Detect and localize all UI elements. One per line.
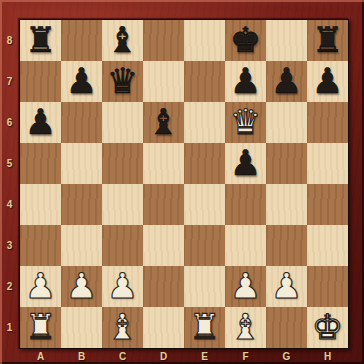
chess-board-frame: ♜♝♚♜♟♛♟♟♟♟♝♛♟♟♟♟♟♟♜♝♜♝♚ 87654321ABCDEFGH [0,0,364,364]
black-rook[interactable]: ♜ [20,20,61,61]
board-square-g1[interactable] [266,307,307,348]
board-square-c6[interactable] [102,102,143,143]
board-square-d8[interactable] [143,20,184,61]
board-square-a1[interactable]: ♜ [20,307,61,348]
board-square-f4[interactable] [225,184,266,225]
board-square-g4[interactable] [266,184,307,225]
board-square-e7[interactable] [184,61,225,102]
board-square-h4[interactable] [307,184,348,225]
board-square-b7[interactable]: ♟ [61,61,102,102]
file-label-f: F [225,349,266,364]
board-square-c5[interactable] [102,143,143,184]
rank-label-4: 4 [0,184,19,225]
black-bishop[interactable]: ♝ [102,20,143,61]
board-square-e6[interactable] [184,102,225,143]
rank-label-3: 3 [0,225,19,266]
board-square-g7[interactable]: ♟ [266,61,307,102]
board-square-g5[interactable] [266,143,307,184]
rank-label-6: 6 [0,102,19,143]
file-label-b: B [61,349,102,364]
board-square-f1[interactable]: ♝ [225,307,266,348]
black-pawn[interactable]: ♟ [20,102,61,143]
board-square-h3[interactable] [307,225,348,266]
board-square-h5[interactable] [307,143,348,184]
board-square-h1[interactable]: ♚ [307,307,348,348]
board-square-d6[interactable]: ♝ [143,102,184,143]
white-pawn[interactable]: ♟ [225,266,266,307]
board-square-a6[interactable]: ♟ [20,102,61,143]
board-square-f2[interactable]: ♟ [225,266,266,307]
board-square-e5[interactable] [184,143,225,184]
black-rook[interactable]: ♜ [307,20,348,61]
board-square-e8[interactable] [184,20,225,61]
board-square-d1[interactable] [143,307,184,348]
file-label-g: G [266,349,307,364]
board-square-e2[interactable] [184,266,225,307]
board-square-c4[interactable] [102,184,143,225]
rank-label-7: 7 [0,61,19,102]
board-square-b3[interactable] [61,225,102,266]
white-queen[interactable]: ♛ [225,102,266,143]
board-square-f5[interactable]: ♟ [225,143,266,184]
board-square-c2[interactable]: ♟ [102,266,143,307]
board-square-d7[interactable] [143,61,184,102]
board-square-h6[interactable] [307,102,348,143]
board-square-b8[interactable] [61,20,102,61]
board-square-e4[interactable] [184,184,225,225]
black-pawn[interactable]: ♟ [225,143,266,184]
board-square-g6[interactable] [266,102,307,143]
white-bishop[interactable]: ♝ [102,307,143,348]
white-bishop[interactable]: ♝ [225,307,266,348]
file-label-d: D [143,349,184,364]
board-square-b6[interactable] [61,102,102,143]
board-square-h7[interactable]: ♟ [307,61,348,102]
file-label-c: C [102,349,143,364]
board-square-f7[interactable]: ♟ [225,61,266,102]
board-square-f6[interactable]: ♛ [225,102,266,143]
board-square-e3[interactable] [184,225,225,266]
chess-board: ♜♝♚♜♟♛♟♟♟♟♝♛♟♟♟♟♟♟♜♝♜♝♚ [19,19,349,349]
board-square-a5[interactable] [20,143,61,184]
board-square-a8[interactable]: ♜ [20,20,61,61]
white-pawn[interactable]: ♟ [266,266,307,307]
board-square-b5[interactable] [61,143,102,184]
board-square-g2[interactable]: ♟ [266,266,307,307]
black-pawn[interactable]: ♟ [307,61,348,102]
white-rook[interactable]: ♜ [20,307,61,348]
board-square-f8[interactable]: ♚ [225,20,266,61]
white-king[interactable]: ♚ [307,307,348,348]
board-square-c3[interactable] [102,225,143,266]
rank-label-8: 8 [0,20,19,61]
black-king[interactable]: ♚ [225,20,266,61]
black-pawn[interactable]: ♟ [61,61,102,102]
rank-label-5: 5 [0,143,19,184]
board-square-b2[interactable]: ♟ [61,266,102,307]
board-square-d5[interactable] [143,143,184,184]
board-square-d4[interactable] [143,184,184,225]
white-rook[interactable]: ♜ [184,307,225,348]
board-square-a4[interactable] [20,184,61,225]
rank-label-2: 2 [0,266,19,307]
board-square-d2[interactable] [143,266,184,307]
board-square-h8[interactable]: ♜ [307,20,348,61]
board-square-g8[interactable] [266,20,307,61]
board-square-e1[interactable]: ♜ [184,307,225,348]
board-square-a2[interactable]: ♟ [20,266,61,307]
board-square-a3[interactable] [20,225,61,266]
board-square-b4[interactable] [61,184,102,225]
board-square-d3[interactable] [143,225,184,266]
white-pawn[interactable]: ♟ [102,266,143,307]
black-pawn[interactable]: ♟ [266,61,307,102]
file-label-e: E [184,349,225,364]
white-pawn[interactable]: ♟ [61,266,102,307]
board-square-c7[interactable]: ♛ [102,61,143,102]
board-square-b1[interactable] [61,307,102,348]
board-square-c1[interactable]: ♝ [102,307,143,348]
file-label-h: H [307,349,348,364]
white-pawn[interactable]: ♟ [20,266,61,307]
black-pawn[interactable]: ♟ [225,61,266,102]
file-label-a: A [20,349,61,364]
board-square-f3[interactable] [225,225,266,266]
rank-label-1: 1 [0,307,19,348]
board-square-h2[interactable] [307,266,348,307]
board-square-c8[interactable]: ♝ [102,20,143,61]
board-square-g3[interactable] [266,225,307,266]
board-square-a7[interactable] [20,61,61,102]
black-queen[interactable]: ♛ [102,61,143,102]
black-bishop[interactable]: ♝ [143,102,184,143]
